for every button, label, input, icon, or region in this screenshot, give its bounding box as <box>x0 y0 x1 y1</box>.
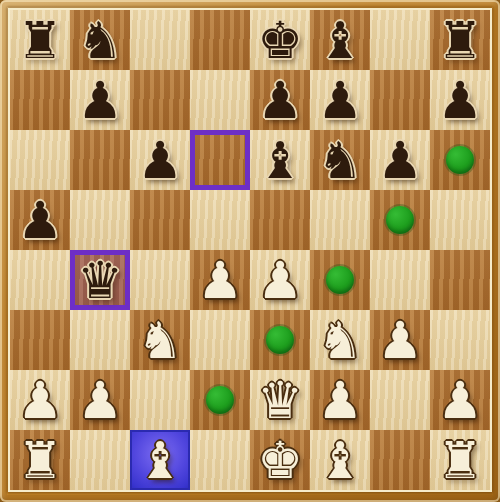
square-b5[interactable] <box>70 190 130 250</box>
square-c4[interactable] <box>130 250 190 310</box>
white-pawn: ♟ <box>437 375 483 426</box>
square-c7[interactable] <box>130 70 190 130</box>
black-bishop: ♝ <box>317 15 363 66</box>
legal-move-dot[interactable] <box>386 206 414 234</box>
square-f3[interactable]: ♞ <box>310 310 370 370</box>
chess-board: ♜♞♚♝♜♟♟♟♟♟♝♞♟♟♛♟♟♞♞♟♟♟♛♟♟♜♝♚♝♜ <box>10 10 490 490</box>
square-g8[interactable] <box>370 10 430 70</box>
black-knight: ♞ <box>317 135 363 186</box>
square-f2[interactable]: ♟ <box>310 370 370 430</box>
white-rook: ♜ <box>437 435 483 486</box>
square-h3[interactable] <box>430 310 490 370</box>
legal-move-dot[interactable] <box>446 146 474 174</box>
square-g3[interactable]: ♟ <box>370 310 430 370</box>
square-a6[interactable] <box>10 130 70 190</box>
square-e6[interactable]: ♝ <box>250 130 310 190</box>
board-inner-border: ♜♞♚♝♜♟♟♟♟♟♝♞♟♟♛♟♟♞♞♟♟♟♛♟♟♜♝♚♝♜ <box>8 8 492 492</box>
black-queen: ♛ <box>77 255 123 306</box>
square-b6[interactable] <box>70 130 130 190</box>
board-frame: ♜♞♚♝♜♟♟♟♟♟♝♞♟♟♛♟♟♞♞♟♟♟♛♟♟♜♝♚♝♜ <box>0 0 500 502</box>
black-rook: ♜ <box>17 15 63 66</box>
white-pawn: ♟ <box>77 375 123 426</box>
square-a7[interactable] <box>10 70 70 130</box>
square-a1[interactable]: ♜ <box>10 430 70 490</box>
square-b8[interactable]: ♞ <box>70 10 130 70</box>
white-bishop: ♝ <box>317 435 363 486</box>
square-h6[interactable] <box>430 130 490 190</box>
black-pawn: ♟ <box>377 135 423 186</box>
square-g2[interactable] <box>370 370 430 430</box>
square-a8[interactable]: ♜ <box>10 10 70 70</box>
square-h8[interactable]: ♜ <box>430 10 490 70</box>
white-pawn: ♟ <box>197 255 243 306</box>
square-a3[interactable] <box>10 310 70 370</box>
square-e1[interactable]: ♚ <box>250 430 310 490</box>
square-d4[interactable]: ♟ <box>190 250 250 310</box>
legal-move-dot[interactable] <box>266 326 294 354</box>
black-pawn: ♟ <box>257 75 303 126</box>
square-d5[interactable] <box>190 190 250 250</box>
square-e4[interactable]: ♟ <box>250 250 310 310</box>
square-e5[interactable] <box>250 190 310 250</box>
square-f7[interactable]: ♟ <box>310 70 370 130</box>
black-king: ♚ <box>257 15 303 66</box>
black-pawn: ♟ <box>317 75 363 126</box>
square-a5[interactable]: ♟ <box>10 190 70 250</box>
legal-move-dot[interactable] <box>326 266 354 294</box>
square-e7[interactable]: ♟ <box>250 70 310 130</box>
black-knight: ♞ <box>77 15 123 66</box>
square-f5[interactable] <box>310 190 370 250</box>
black-rook: ♜ <box>437 15 483 66</box>
white-king: ♚ <box>257 435 303 486</box>
square-b2[interactable]: ♟ <box>70 370 130 430</box>
square-b1[interactable] <box>70 430 130 490</box>
square-f8[interactable]: ♝ <box>310 10 370 70</box>
square-c8[interactable] <box>130 10 190 70</box>
square-a2[interactable]: ♟ <box>10 370 70 430</box>
square-d8[interactable] <box>190 10 250 70</box>
square-f1[interactable]: ♝ <box>310 430 370 490</box>
square-f4[interactable] <box>310 250 370 310</box>
square-b7[interactable]: ♟ <box>70 70 130 130</box>
square-e2[interactable]: ♛ <box>250 370 310 430</box>
square-c1[interactable]: ♝ <box>130 430 190 490</box>
square-g6[interactable]: ♟ <box>370 130 430 190</box>
square-g1[interactable] <box>370 430 430 490</box>
square-c2[interactable] <box>130 370 190 430</box>
square-b3[interactable] <box>70 310 130 370</box>
black-bishop: ♝ <box>257 135 303 186</box>
square-b4[interactable]: ♛ <box>70 250 130 310</box>
white-knight: ♞ <box>137 315 183 366</box>
square-d2[interactable] <box>190 370 250 430</box>
square-h4[interactable] <box>430 250 490 310</box>
legal-move-dot[interactable] <box>206 386 234 414</box>
square-e3[interactable] <box>250 310 310 370</box>
square-a4[interactable] <box>10 250 70 310</box>
square-h7[interactable]: ♟ <box>430 70 490 130</box>
square-h1[interactable]: ♜ <box>430 430 490 490</box>
square-h5[interactable] <box>430 190 490 250</box>
square-d6[interactable] <box>190 130 250 190</box>
black-pawn: ♟ <box>17 195 63 246</box>
white-pawn: ♟ <box>317 375 363 426</box>
white-pawn: ♟ <box>257 255 303 306</box>
square-g4[interactable] <box>370 250 430 310</box>
white-pawn: ♟ <box>17 375 63 426</box>
square-d7[interactable] <box>190 70 250 130</box>
white-knight: ♞ <box>317 315 363 366</box>
square-d1[interactable] <box>190 430 250 490</box>
square-g7[interactable] <box>370 70 430 130</box>
square-h2[interactable]: ♟ <box>430 370 490 430</box>
square-c3[interactable]: ♞ <box>130 310 190 370</box>
square-g5[interactable] <box>370 190 430 250</box>
white-rook: ♜ <box>17 435 63 486</box>
square-c6[interactable]: ♟ <box>130 130 190 190</box>
white-queen: ♛ <box>257 375 303 426</box>
square-e8[interactable]: ♚ <box>250 10 310 70</box>
square-c5[interactable] <box>130 190 190 250</box>
square-d3[interactable] <box>190 310 250 370</box>
white-bishop: ♝ <box>137 435 183 486</box>
white-pawn: ♟ <box>377 315 423 366</box>
black-pawn: ♟ <box>437 75 483 126</box>
square-f6[interactable]: ♞ <box>310 130 370 190</box>
black-pawn: ♟ <box>137 135 183 186</box>
black-pawn: ♟ <box>77 75 123 126</box>
